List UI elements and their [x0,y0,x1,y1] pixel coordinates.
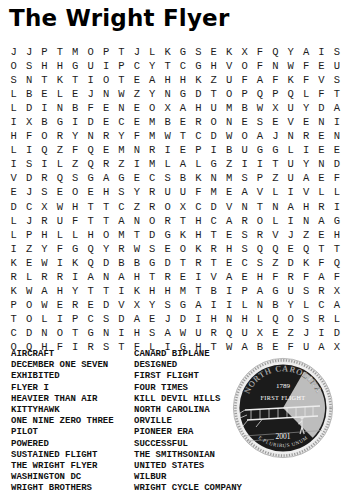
grid-cell-r2c18[interactable]: N [268,59,283,73]
grid-cell-r15c2[interactable]: Z [21,242,36,256]
grid-cell-r3c2[interactable]: N [21,73,36,87]
grid-cell-r5c16[interactable]: B [237,101,252,115]
grid-cell-r21c3[interactable]: N [37,326,52,340]
grid-cell-r11c15[interactable]: E [221,185,236,199]
grid-cell-r11c7[interactable]: H [98,185,113,199]
grid-cell-r16c8[interactable]: B [114,256,129,270]
grid-cell-r6c1[interactable]: I [6,115,21,129]
grid-cell-r6c11[interactable]: B [160,115,175,129]
grid-cell-r8c17[interactable]: G [252,143,267,157]
grid-cell-r2c14[interactable]: H [206,59,221,73]
grid-cell-r7c3[interactable]: O [37,129,52,143]
grid-cell-r18c18[interactable]: G [268,284,283,298]
grid-cell-r7c8[interactable]: Y [114,129,129,143]
grid-cell-r6c3[interactable]: B [37,115,52,129]
grid-cell-r9c2[interactable]: S [21,157,36,171]
grid-cell-r2c21[interactable]: E [314,59,329,73]
grid-cell-r10c3[interactable]: R [37,171,52,185]
grid-cell-r2c22[interactable]: U [329,59,344,73]
grid-cell-r16c4[interactable]: I [52,256,67,270]
grid-cell-r10c6[interactable]: G [83,171,98,185]
grid-cell-r18c1[interactable]: K [6,284,21,298]
grid-cell-r19c3[interactable]: W [37,298,52,312]
grid-cell-r5c1[interactable]: L [6,101,21,115]
grid-cell-r4c17[interactable]: Q [252,87,267,101]
grid-cell-r1c19[interactable]: Y [283,45,298,59]
grid-cell-r4c7[interactable]: N [98,87,113,101]
grid-cell-r14c16[interactable]: S [237,228,252,242]
grid-cell-r15c18[interactable]: Q [268,242,283,256]
grid-cell-r15c10[interactable]: S [145,242,160,256]
grid-cell-r22c19[interactable]: F [283,340,298,354]
grid-cell-r20c3[interactable]: L [37,312,52,326]
grid-cell-r21c1[interactable]: C [6,326,21,340]
grid-cell-r11c3[interactable]: S [37,185,52,199]
grid-cell-r1c10[interactable]: L [145,45,160,59]
grid-cell-r21c10[interactable]: S [145,326,160,340]
grid-cell-r11c10[interactable]: R [145,185,160,199]
grid-cell-r18c22[interactable]: X [329,284,344,298]
grid-cell-r4c22[interactable]: T [329,87,344,101]
grid-cell-r6c20[interactable]: E [298,115,313,129]
grid-cell-r17c7[interactable]: N [98,270,113,284]
grid-cell-r13c8[interactable]: A [114,214,129,228]
grid-cell-r19c15[interactable]: I [221,298,236,312]
grid-cell-r20c9[interactable]: A [129,312,144,326]
grid-cell-r9c15[interactable]: Z [221,157,236,171]
grid-cell-r4c10[interactable]: Y [145,87,160,101]
grid-cell-r20c7[interactable]: S [98,312,113,326]
grid-cell-r1c17[interactable]: F [252,45,267,59]
grid-cell-r14c18[interactable]: V [268,228,283,242]
grid-cell-r2c11[interactable]: T [160,59,175,73]
grid-cell-r13c12[interactable]: T [175,214,190,228]
grid-cell-r4c16[interactable]: P [237,87,252,101]
grid-cell-r7c9[interactable]: F [129,129,144,143]
grid-cell-r4c14[interactable]: T [206,87,221,101]
grid-cell-r8c10[interactable]: R [145,143,160,157]
grid-cell-r10c8[interactable]: G [114,171,129,185]
grid-cell-r20c10[interactable]: E [145,312,160,326]
grid-cell-r8c2[interactable]: I [21,143,36,157]
grid-cell-r5c14[interactable]: U [206,101,221,115]
grid-cell-r5c13[interactable]: H [191,101,206,115]
grid-cell-r17c18[interactable]: F [268,270,283,284]
grid-cell-r2c2[interactable]: S [21,59,36,73]
grid-cell-r5c22[interactable]: A [329,101,344,115]
grid-cell-r7c17[interactable]: A [252,129,267,143]
grid-cell-r9c21[interactable]: N [314,157,329,171]
grid-cell-r17c17[interactable]: H [252,270,267,284]
grid-cell-r14c14[interactable]: T [206,228,221,242]
grid-cell-r16c13[interactable]: R [191,256,206,270]
grid-cell-r21c15[interactable]: Q [221,326,236,340]
grid-cell-r9c14[interactable]: G [206,157,221,171]
grid-cell-r1c20[interactable]: A [298,45,313,59]
grid-cell-r18c16[interactable]: P [237,284,252,298]
grid-cell-r18c10[interactable]: H [145,284,160,298]
grid-cell-r17c8[interactable]: A [114,270,129,284]
grid-cell-r4c12[interactable]: G [175,87,190,101]
grid-cell-r9c8[interactable]: Z [114,157,129,171]
grid-cell-r12c3[interactable]: X [37,200,52,214]
grid-cell-r5c8[interactable]: N [114,101,129,115]
grid-cell-r9c7[interactable]: R [98,157,113,171]
grid-cell-r13c13[interactable]: H [191,214,206,228]
grid-cell-r4c9[interactable]: Z [129,87,144,101]
grid-cell-r20c8[interactable]: D [114,312,129,326]
grid-cell-r11c19[interactable]: I [283,185,298,199]
grid-cell-r2c17[interactable]: F [252,59,267,73]
grid-cell-r12c22[interactable]: I [329,200,344,214]
grid-cell-r3c18[interactable]: F [268,73,283,87]
grid-cell-r5c19[interactable]: U [283,101,298,115]
grid-cell-r14c11[interactable]: G [160,228,175,242]
grid-cell-r2c13[interactable]: G [191,59,206,73]
grid-cell-r3c19[interactable]: K [283,73,298,87]
grid-cell-r8c8[interactable]: M [114,143,129,157]
grid-cell-r14c3[interactable]: H [37,228,52,242]
grid-cell-r8c12[interactable]: E [175,143,190,157]
grid-cell-r4c21[interactable]: F [314,87,329,101]
grid-cell-r1c4[interactable]: T [52,45,67,59]
grid-cell-r10c5[interactable]: S [68,171,83,185]
grid-cell-r17c13[interactable]: I [191,270,206,284]
grid-cell-r9c4[interactable]: L [52,157,67,171]
grid-cell-r1c9[interactable]: J [129,45,144,59]
grid-cell-r20c5[interactable]: P [68,312,83,326]
grid-cell-r3c14[interactable]: Z [206,73,221,87]
grid-cell-r2c12[interactable]: C [175,59,190,73]
grid-cell-r14c2[interactable]: P [21,228,36,242]
grid-cell-r3c13[interactable]: K [191,73,206,87]
grid-cell-r10c9[interactable]: E [129,171,144,185]
grid-cell-r21c9[interactable]: H [129,326,144,340]
grid-cell-r15c6[interactable]: Q [83,242,98,256]
grid-cell-r12c19[interactable]: A [283,200,298,214]
grid-cell-r5c5[interactable]: B [68,101,83,115]
grid-cell-r6c6[interactable]: D [83,115,98,129]
grid-cell-r6c19[interactable]: V [283,115,298,129]
grid-cell-r18c9[interactable]: K [129,284,144,298]
grid-cell-r11c2[interactable]: J [21,185,36,199]
grid-cell-r7c7[interactable]: R [98,129,113,143]
grid-cell-r1c21[interactable]: I [314,45,329,59]
grid-cell-r9c11[interactable]: L [160,157,175,171]
grid-cell-r8c5[interactable]: F [68,143,83,157]
grid-cell-r17c20[interactable]: F [298,270,313,284]
grid-cell-r7c1[interactable]: H [6,129,21,143]
grid-cell-r15c22[interactable]: T [329,242,344,256]
grid-cell-r6c14[interactable]: O [206,115,221,129]
grid-cell-r16c14[interactable]: T [206,256,221,270]
grid-cell-r17c16[interactable]: E [237,270,252,284]
grid-cell-r15c13[interactable]: K [191,242,206,256]
grid-cell-r15c8[interactable]: R [114,242,129,256]
grid-cell-r4c8[interactable]: W [114,87,129,101]
grid-cell-r19c16[interactable]: L [237,298,252,312]
grid-cell-r7c5[interactable]: Y [68,129,83,143]
grid-cell-r20c13[interactable]: I [191,312,206,326]
grid-cell-r19c18[interactable]: B [268,298,283,312]
grid-cell-r2c3[interactable]: H [37,59,52,73]
grid-cell-r1c13[interactable]: S [191,45,206,59]
grid-cell-r13c3[interactable]: R [37,214,52,228]
grid-cell-r16c18[interactable]: Z [268,256,283,270]
grid-cell-r5c18[interactable]: X [268,101,283,115]
grid-cell-r20c17[interactable]: L [252,312,267,326]
grid-cell-r12c14[interactable]: D [206,200,221,214]
grid-cell-r11c11[interactable]: U [160,185,175,199]
grid-cell-r17c11[interactable]: R [160,270,175,284]
grid-cell-r9c6[interactable]: Q [83,157,98,171]
grid-cell-r10c14[interactable]: N [206,171,221,185]
grid-cell-r18c4[interactable]: H [52,284,67,298]
grid-cell-r16c11[interactable]: D [160,256,175,270]
grid-cell-r21c22[interactable]: D [329,326,344,340]
grid-cell-r21c14[interactable]: R [206,326,221,340]
grid-cell-r3c11[interactable]: H [160,73,175,87]
grid-cell-r5c2[interactable]: D [21,101,36,115]
grid-cell-r17c19[interactable]: R [283,270,298,284]
grid-cell-r6c18[interactable]: E [268,115,283,129]
grid-cell-r10c22[interactable]: F [329,171,344,185]
grid-cell-r19c10[interactable]: Y [145,298,160,312]
grid-cell-r10c1[interactable]: V [6,171,21,185]
grid-cell-r18c14[interactable]: B [206,284,221,298]
grid-cell-r1c7[interactable]: P [98,45,113,59]
grid-cell-r12c6[interactable]: T [83,200,98,214]
grid-cell-r8c13[interactable]: P [191,143,206,157]
grid-cell-r7c11[interactable]: W [160,129,175,143]
grid-cell-r17c5[interactable]: I [68,270,83,284]
grid-cell-r15c17[interactable]: Q [252,242,267,256]
grid-cell-r8c15[interactable]: B [221,143,236,157]
grid-cell-r11c6[interactable]: E [83,185,98,199]
grid-cell-r7c19[interactable]: N [283,129,298,143]
grid-cell-r14c4[interactable]: L [52,228,67,242]
grid-cell-r13c10[interactable]: O [145,214,160,228]
grid-cell-r21c18[interactable]: E [268,326,283,340]
grid-cell-r15c4[interactable]: F [52,242,67,256]
grid-cell-r11c8[interactable]: S [114,185,129,199]
grid-cell-r11c17[interactable]: V [252,185,267,199]
grid-cell-r12c21[interactable]: R [314,200,329,214]
grid-cell-r17c9[interactable]: H [129,270,144,284]
grid-cell-r14c21[interactable]: E [314,228,329,242]
grid-cell-r4c6[interactable]: J [83,87,98,101]
grid-cell-r21c19[interactable]: Z [283,326,298,340]
grid-cell-r17c12[interactable]: E [175,270,190,284]
grid-cell-r7c10[interactable]: M [145,129,160,143]
grid-cell-r6c22[interactable]: I [329,115,344,129]
grid-cell-r21c12[interactable]: W [175,326,190,340]
grid-cell-r18c3[interactable]: A [37,284,52,298]
grid-cell-r22c21[interactable]: A [314,340,329,354]
grid-cell-r18c20[interactable]: S [298,284,313,298]
grid-cell-r15c15[interactable]: H [221,242,236,256]
grid-cell-r11c14[interactable]: M [206,185,221,199]
grid-cell-r14c5[interactable]: L [68,228,83,242]
grid-cell-r9c18[interactable]: T [268,157,283,171]
grid-cell-r9c19[interactable]: U [283,157,298,171]
grid-cell-r2c10[interactable]: Y [145,59,160,73]
grid-cell-r11c16[interactable]: A [237,185,252,199]
grid-cell-r2c4[interactable]: H [52,59,67,73]
grid-cell-r12c1[interactable]: D [6,200,21,214]
grid-cell-r1c12[interactable]: G [175,45,190,59]
grid-cell-r9c16[interactable]: I [237,157,252,171]
grid-cell-r8c18[interactable]: G [268,143,283,157]
grid-cell-r5c20[interactable]: Y [298,101,313,115]
grid-cell-r10c13[interactable]: K [191,171,206,185]
grid-cell-r1c3[interactable]: P [37,45,52,59]
grid-cell-r8c22[interactable]: E [329,143,344,157]
grid-cell-r17c22[interactable]: F [329,270,344,284]
grid-cell-r1c18[interactable]: Q [268,45,283,59]
grid-cell-r8c11[interactable]: I [160,143,175,157]
grid-cell-r7c6[interactable]: N [83,129,98,143]
grid-cell-r7c21[interactable]: E [314,129,329,143]
grid-cell-r16c19[interactable]: D [283,256,298,270]
grid-cell-r8c21[interactable]: E [314,143,329,157]
grid-cell-r19c20[interactable]: L [298,298,313,312]
grid-cell-r16c15[interactable]: E [221,256,236,270]
grid-cell-r5c3[interactable]: I [37,101,52,115]
grid-cell-r3c12[interactable]: H [175,73,190,87]
grid-cell-r15c3[interactable]: Y [37,242,52,256]
grid-cell-r21c7[interactable]: N [98,326,113,340]
grid-cell-r3c1[interactable]: S [6,73,21,87]
grid-cell-r1c11[interactable]: K [160,45,175,59]
grid-cell-r20c14[interactable]: H [206,312,221,326]
grid-cell-r14c15[interactable]: E [221,228,236,242]
grid-cell-r8c20[interactable]: I [298,143,313,157]
grid-cell-r12c5[interactable]: H [68,200,83,214]
grid-cell-r12c20[interactable]: H [298,200,313,214]
grid-cell-r14c8[interactable]: M [114,228,129,242]
grid-cell-r15c14[interactable]: R [206,242,221,256]
grid-cell-r15c20[interactable]: Q [298,242,313,256]
grid-cell-r11c22[interactable]: L [329,185,344,199]
grid-cell-r18c15[interactable]: I [221,284,236,298]
grid-cell-r1c2[interactable]: J [21,45,36,59]
grid-cell-r18c2[interactable]: W [21,284,36,298]
grid-cell-r9c5[interactable]: Z [68,157,83,171]
grid-cell-r3c6[interactable]: I [83,73,98,87]
grid-cell-r5c17[interactable]: W [252,101,267,115]
grid-cell-r6c9[interactable]: E [129,115,144,129]
grid-cell-r1c14[interactable]: E [206,45,221,59]
grid-cell-r8c3[interactable]: Q [37,143,52,157]
grid-cell-r15c9[interactable]: W [129,242,144,256]
grid-cell-r15c12[interactable]: O [175,242,190,256]
grid-cell-r19c9[interactable]: X [129,298,144,312]
grid-cell-r10c10[interactable]: C [145,171,160,185]
grid-cell-r15c1[interactable]: I [6,242,21,256]
grid-cell-r21c16[interactable]: U [237,326,252,340]
grid-cell-r16c1[interactable]: K [6,256,21,270]
grid-cell-r19c19[interactable]: Y [283,298,298,312]
grid-cell-r10c4[interactable]: Q [52,171,67,185]
grid-cell-r18c11[interactable]: H [160,284,175,298]
grid-cell-r4c5[interactable]: E [68,87,83,101]
grid-cell-r19c17[interactable]: N [252,298,267,312]
grid-cell-r15c21[interactable]: T [314,242,329,256]
grid-cell-r3c10[interactable]: A [145,73,160,87]
grid-cell-r4c1[interactable]: L [6,87,21,101]
grid-cell-r20c16[interactable]: H [237,312,252,326]
grid-cell-r19c4[interactable]: E [52,298,67,312]
grid-cell-r15c11[interactable]: E [160,242,175,256]
grid-cell-r12c15[interactable]: V [221,200,236,214]
grid-cell-r6c15[interactable]: N [221,115,236,129]
grid-cell-r19c21[interactable]: C [314,298,329,312]
grid-cell-r16c21[interactable]: F [314,256,329,270]
grid-cell-r3c16[interactable]: F [237,73,252,87]
grid-cell-r7c16[interactable]: O [237,129,252,143]
grid-cell-r18c12[interactable]: M [175,284,190,298]
grid-cell-r9c9[interactable]: I [129,157,144,171]
grid-cell-r15c7[interactable]: Y [98,242,113,256]
grid-cell-r9c3[interactable]: I [37,157,52,171]
grid-cell-r3c3[interactable]: T [37,73,52,87]
grid-cell-r13c11[interactable]: R [160,214,175,228]
grid-cell-r7c4[interactable]: R [52,129,67,143]
grid-cell-r16c3[interactable]: W [37,256,52,270]
grid-cell-r10c15[interactable]: M [221,171,236,185]
grid-cell-r20c1[interactable]: T [6,312,21,326]
grid-cell-r10c11[interactable]: S [160,171,175,185]
grid-cell-r10c12[interactable]: B [175,171,190,185]
grid-cell-r12c10[interactable]: R [145,200,160,214]
grid-cell-r6c12[interactable]: E [175,115,190,129]
grid-cell-r21c2[interactable]: D [21,326,36,340]
grid-cell-r2c8[interactable]: P [114,59,129,73]
grid-cell-r1c22[interactable]: S [329,45,344,59]
grid-cell-r17c15[interactable]: A [221,270,236,284]
grid-cell-r14c12[interactable]: K [175,228,190,242]
grid-cell-r19c11[interactable]: S [160,298,175,312]
grid-cell-r13c5[interactable]: F [68,214,83,228]
grid-cell-r18c6[interactable]: T [83,284,98,298]
grid-cell-r5c4[interactable]: N [52,101,67,115]
grid-cell-r17c10[interactable]: T [145,270,160,284]
grid-cell-r13c6[interactable]: T [83,214,98,228]
grid-cell-r21c11[interactable]: A [160,326,175,340]
grid-cell-r2c15[interactable]: V [221,59,236,73]
grid-cell-r5c21[interactable]: D [314,101,329,115]
grid-cell-r4c11[interactable]: N [160,87,175,101]
grid-cell-r3c4[interactable]: K [52,73,67,87]
grid-cell-r7c15[interactable]: W [221,129,236,143]
grid-cell-r2c1[interactable]: O [6,59,21,73]
grid-cell-r8c9[interactable]: N [129,143,144,157]
grid-cell-r13c22[interactable]: G [329,214,344,228]
grid-cell-r3c8[interactable]: T [114,73,129,87]
grid-cell-r22c18[interactable]: E [268,340,283,354]
grid-cell-r10c7[interactable]: A [98,171,113,185]
grid-cell-r16c22[interactable]: Q [329,256,344,270]
grid-cell-r14c9[interactable]: T [129,228,144,242]
grid-cell-r20c12[interactable]: D [175,312,190,326]
grid-cell-r5c6[interactable]: F [83,101,98,115]
grid-cell-r16c2[interactable]: E [21,256,36,270]
grid-cell-r16c6[interactable]: Q [83,256,98,270]
grid-cell-r16c20[interactable]: K [298,256,313,270]
grid-cell-r7c20[interactable]: R [298,129,313,143]
grid-cell-r13c4[interactable]: U [52,214,67,228]
